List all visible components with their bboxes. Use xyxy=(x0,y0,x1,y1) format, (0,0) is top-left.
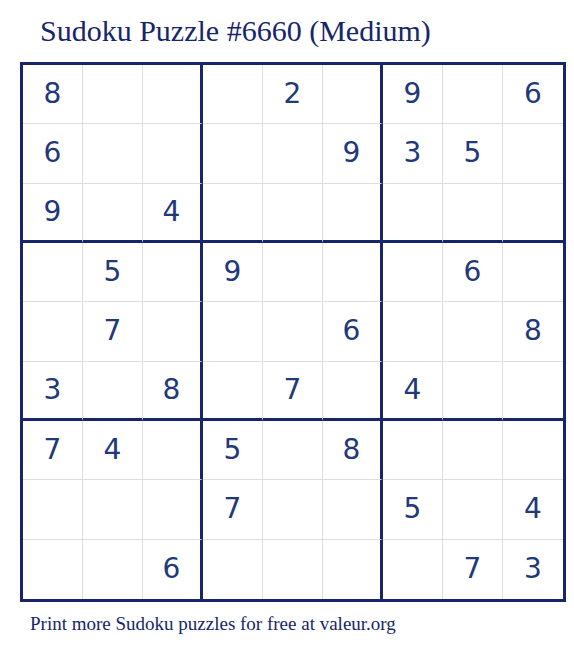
cell-r6c2 xyxy=(83,362,143,421)
cell-r5c6: 6 xyxy=(323,302,383,361)
cell-r4c2: 5 xyxy=(83,243,143,302)
sudoku-board: 829669359459676838747458754673 xyxy=(20,62,566,602)
cell-r1c1: 8 xyxy=(23,65,83,124)
cell-r1c7: 9 xyxy=(383,65,443,124)
cell-r4c1 xyxy=(23,243,83,302)
cell-r3c9 xyxy=(503,184,563,243)
cell-r8c9: 4 xyxy=(503,480,563,539)
cell-r4c8: 6 xyxy=(443,243,503,302)
cell-r7c7 xyxy=(383,421,443,480)
cell-r8c5 xyxy=(263,480,323,539)
cell-r8c6 xyxy=(323,480,383,539)
cell-r7c4: 5 xyxy=(203,421,263,480)
cell-r8c1 xyxy=(23,480,83,539)
cell-r2c9 xyxy=(503,124,563,183)
cell-r1c8 xyxy=(443,65,503,124)
cell-r5c3 xyxy=(143,302,203,361)
page-title: Sudoku Puzzle #6660 (Medium) xyxy=(40,14,431,48)
cell-r3c4 xyxy=(203,184,263,243)
cell-r7c5 xyxy=(263,421,323,480)
cell-r3c6 xyxy=(323,184,383,243)
cell-r6c1: 3 xyxy=(23,362,83,421)
cell-r8c8 xyxy=(443,480,503,539)
cell-r2c4 xyxy=(203,124,263,183)
cell-r8c3 xyxy=(143,480,203,539)
cell-r8c2 xyxy=(83,480,143,539)
cell-r9c1 xyxy=(23,540,83,599)
cell-r9c5 xyxy=(263,540,323,599)
cell-r5c5 xyxy=(263,302,323,361)
cell-r1c2 xyxy=(83,65,143,124)
cell-r3c8 xyxy=(443,184,503,243)
cell-r6c3: 8 xyxy=(143,362,203,421)
cell-r2c3 xyxy=(143,124,203,183)
cell-r7c6: 8 xyxy=(323,421,383,480)
cell-r9c8: 7 xyxy=(443,540,503,599)
cell-r6c9 xyxy=(503,362,563,421)
cell-r7c9 xyxy=(503,421,563,480)
cell-r1c5: 2 xyxy=(263,65,323,124)
cell-r9c3: 6 xyxy=(143,540,203,599)
cell-r9c7 xyxy=(383,540,443,599)
cell-r3c2 xyxy=(83,184,143,243)
cell-r4c6 xyxy=(323,243,383,302)
cell-r5c7 xyxy=(383,302,443,361)
cell-r5c9: 8 xyxy=(503,302,563,361)
cell-r2c6: 9 xyxy=(323,124,383,183)
footer-text: Print more Sudoku puzzles for free at va… xyxy=(30,613,396,635)
cell-r2c7: 3 xyxy=(383,124,443,183)
cell-r8c7: 5 xyxy=(383,480,443,539)
cell-r7c8 xyxy=(443,421,503,480)
cell-r9c2 xyxy=(83,540,143,599)
cell-r5c8 xyxy=(443,302,503,361)
cell-r4c9 xyxy=(503,243,563,302)
cell-r4c3 xyxy=(143,243,203,302)
cell-r4c4: 9 xyxy=(203,243,263,302)
cell-r7c3 xyxy=(143,421,203,480)
cell-r4c7 xyxy=(383,243,443,302)
cell-r2c1: 6 xyxy=(23,124,83,183)
cell-r2c5 xyxy=(263,124,323,183)
cell-r6c4 xyxy=(203,362,263,421)
cell-r8c4: 7 xyxy=(203,480,263,539)
cell-r3c7 xyxy=(383,184,443,243)
cell-r3c5 xyxy=(263,184,323,243)
cell-r6c8 xyxy=(443,362,503,421)
cell-r4c5 xyxy=(263,243,323,302)
cell-r2c2 xyxy=(83,124,143,183)
cell-r1c3 xyxy=(143,65,203,124)
cell-r6c7: 4 xyxy=(383,362,443,421)
cell-r5c4 xyxy=(203,302,263,361)
cell-r9c4 xyxy=(203,540,263,599)
cell-r7c2: 4 xyxy=(83,421,143,480)
cell-r6c6 xyxy=(323,362,383,421)
cell-r1c9: 6 xyxy=(503,65,563,124)
cell-r9c6 xyxy=(323,540,383,599)
cell-r7c1: 7 xyxy=(23,421,83,480)
cell-r6c5: 7 xyxy=(263,362,323,421)
cell-r5c2: 7 xyxy=(83,302,143,361)
cell-r9c9: 3 xyxy=(503,540,563,599)
cell-r3c3: 4 xyxy=(143,184,203,243)
cell-r2c8: 5 xyxy=(443,124,503,183)
cell-r1c6 xyxy=(323,65,383,124)
cell-r5c1 xyxy=(23,302,83,361)
cell-r1c4 xyxy=(203,65,263,124)
cell-r3c1: 9 xyxy=(23,184,83,243)
